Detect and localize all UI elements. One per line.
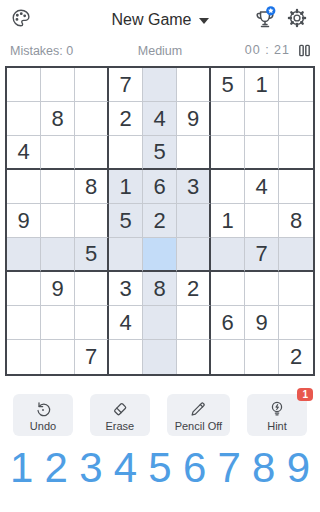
cell-r0c6[interactable]: 5 <box>211 68 245 102</box>
cell-r3c5[interactable]: 3 <box>177 170 211 204</box>
cell-r0c1[interactable] <box>41 68 75 102</box>
sudoku-board: 751824945816349521857938246972 <box>5 66 315 376</box>
cell-r0c8[interactable] <box>279 68 313 102</box>
pause-icon <box>297 43 312 58</box>
cell-r1c3[interactable]: 2 <box>109 102 143 136</box>
cell-r1c6[interactable] <box>211 102 245 136</box>
cell-r7c8[interactable] <box>279 306 313 340</box>
undo-label: Undo <box>30 420 56 432</box>
hint-button[interactable]: 1 Hint <box>247 394 307 436</box>
cell-r6c5[interactable]: 2 <box>177 272 211 306</box>
cell-r7c3[interactable]: 4 <box>109 306 143 340</box>
numpad-digit-5[interactable]: 5 <box>148 447 171 489</box>
cell-r6c4[interactable]: 8 <box>143 272 177 306</box>
header: New Game <box>0 0 320 40</box>
cell-r0c5[interactable] <box>177 68 211 102</box>
cell-r4c8[interactable]: 8 <box>279 204 313 238</box>
cell-r2c1[interactable] <box>41 136 75 170</box>
cell-r6c8[interactable] <box>279 272 313 306</box>
cell-r6c1[interactable]: 9 <box>41 272 75 306</box>
dropdown-caret-icon <box>199 18 209 24</box>
cell-r2c6[interactable] <box>211 136 245 170</box>
cell-r8c4[interactable] <box>143 340 177 374</box>
cell-r1c2[interactable] <box>75 102 109 136</box>
cell-r8c0[interactable] <box>7 340 41 374</box>
cell-r8c7[interactable] <box>245 340 279 374</box>
numpad-digit-4[interactable]: 4 <box>114 447 137 489</box>
cell-r4c6[interactable]: 1 <box>211 204 245 238</box>
cell-r7c4[interactable] <box>143 306 177 340</box>
cell-r5c4[interactable] <box>143 238 177 272</box>
cell-r5c1[interactable] <box>41 238 75 272</box>
cell-r2c3[interactable] <box>109 136 143 170</box>
cell-r6c3[interactable]: 3 <box>109 272 143 306</box>
cell-r3c2[interactable]: 8 <box>75 170 109 204</box>
cell-r5c5[interactable] <box>177 238 211 272</box>
cell-r5c0[interactable] <box>7 238 41 272</box>
numpad-digit-8[interactable]: 8 <box>252 447 275 489</box>
cell-r7c0[interactable] <box>7 306 41 340</box>
cell-r5c8[interactable] <box>279 238 313 272</box>
cell-r4c7[interactable] <box>245 204 279 238</box>
cell-r3c6[interactable] <box>211 170 245 204</box>
hint-icon <box>267 399 287 419</box>
cell-r6c6[interactable] <box>211 272 245 306</box>
cell-r8c6[interactable] <box>211 340 245 374</box>
cell-r0c4[interactable] <box>143 68 177 102</box>
cell-r7c6[interactable]: 6 <box>211 306 245 340</box>
undo-button[interactable]: Undo <box>13 394 73 436</box>
cell-r8c8[interactable]: 2 <box>279 340 313 374</box>
eraser-icon <box>110 399 130 419</box>
cell-r4c4[interactable]: 2 <box>143 204 177 238</box>
cell-r2c4[interactable]: 5 <box>143 136 177 170</box>
cell-r2c0[interactable]: 4 <box>7 136 41 170</box>
cell-r3c7[interactable]: 4 <box>245 170 279 204</box>
cell-r1c4[interactable]: 4 <box>143 102 177 136</box>
cell-r1c1[interactable]: 8 <box>41 102 75 136</box>
pencil-icon <box>188 399 208 419</box>
numpad-digit-9[interactable]: 9 <box>287 447 310 489</box>
cell-r4c5[interactable] <box>177 204 211 238</box>
numpad-digit-3[interactable]: 3 <box>79 447 102 489</box>
cell-r7c1[interactable] <box>41 306 75 340</box>
cell-r4c3[interactable]: 5 <box>109 204 143 238</box>
cell-r5c3[interactable] <box>109 238 143 272</box>
cell-r2c2[interactable] <box>75 136 109 170</box>
cell-r1c0[interactable] <box>7 102 41 136</box>
cell-r5c2[interactable]: 5 <box>75 238 109 272</box>
cell-r8c5[interactable] <box>177 340 211 374</box>
cell-r3c8[interactable] <box>279 170 313 204</box>
trophy-button[interactable] <box>252 7 278 33</box>
cell-r3c4[interactable]: 6 <box>143 170 177 204</box>
cell-r7c7[interactable]: 9 <box>245 306 279 340</box>
cell-r1c8[interactable] <box>279 102 313 136</box>
cell-r6c2[interactable] <box>75 272 109 306</box>
pencil-label: Pencil Off <box>175 420 223 432</box>
erase-button[interactable]: Erase <box>90 394 150 436</box>
trophy-icon <box>252 5 278 35</box>
numpad-digit-1[interactable]: 1 <box>10 447 33 489</box>
hint-badge: 1 <box>297 388 313 401</box>
cell-r0c3[interactable]: 7 <box>109 68 143 102</box>
cell-r8c1[interactable] <box>41 340 75 374</box>
hint-label: Hint <box>267 420 287 432</box>
cell-r5c6[interactable] <box>211 238 245 272</box>
timer: 00 : 21 <box>245 43 290 57</box>
cell-r4c1[interactable] <box>41 204 75 238</box>
numpad-digit-2[interactable]: 2 <box>45 447 68 489</box>
cell-r6c7[interactable] <box>245 272 279 306</box>
gear-icon <box>286 7 308 33</box>
status-bar: Mistakes: 0 Medium 00 : 21 <box>0 40 320 64</box>
pencil-button[interactable]: Pencil Off <box>167 394 231 436</box>
cell-r6c0[interactable] <box>7 272 41 306</box>
undo-icon <box>33 399 53 419</box>
toolbar: Undo Erase Pencil Off <box>0 394 320 440</box>
cell-r3c1[interactable] <box>41 170 75 204</box>
cell-r2c7[interactable] <box>245 136 279 170</box>
cell-r0c7[interactable]: 1 <box>245 68 279 102</box>
sudoku-app: New Game <box>0 0 320 512</box>
cell-r0c2[interactable] <box>75 68 109 102</box>
cell-r0c0[interactable] <box>7 68 41 102</box>
page-title: New Game <box>111 11 191 29</box>
settings-button[interactable] <box>286 9 308 31</box>
cell-r7c2[interactable] <box>75 306 109 340</box>
numpad-digit-6[interactable]: 6 <box>183 447 206 489</box>
erase-label: Erase <box>105 420 134 432</box>
cell-r2c5[interactable] <box>177 136 211 170</box>
cell-r1c7[interactable] <box>245 102 279 136</box>
cell-r8c3[interactable] <box>109 340 143 374</box>
cell-r3c3[interactable]: 1 <box>109 170 143 204</box>
cell-r5c7[interactable]: 7 <box>245 238 279 272</box>
cell-r4c2[interactable] <box>75 204 109 238</box>
cell-r3c0[interactable] <box>7 170 41 204</box>
cell-r1c5[interactable]: 9 <box>177 102 211 136</box>
numpad-digit-7[interactable]: 7 <box>217 447 240 489</box>
pause-button[interactable] <box>296 42 312 58</box>
cell-r2c8[interactable] <box>279 136 313 170</box>
cell-r7c5[interactable] <box>177 306 211 340</box>
cell-r8c2[interactable]: 7 <box>75 340 109 374</box>
number-pad: 123456789 <box>0 440 320 496</box>
cell-r4c0[interactable]: 9 <box>7 204 41 238</box>
